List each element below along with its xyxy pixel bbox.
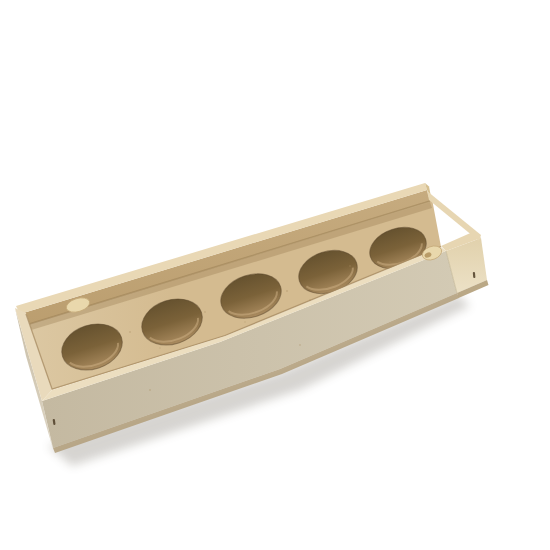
product-photo (0, 0, 550, 550)
wooden-box-illustration (0, 0, 550, 550)
